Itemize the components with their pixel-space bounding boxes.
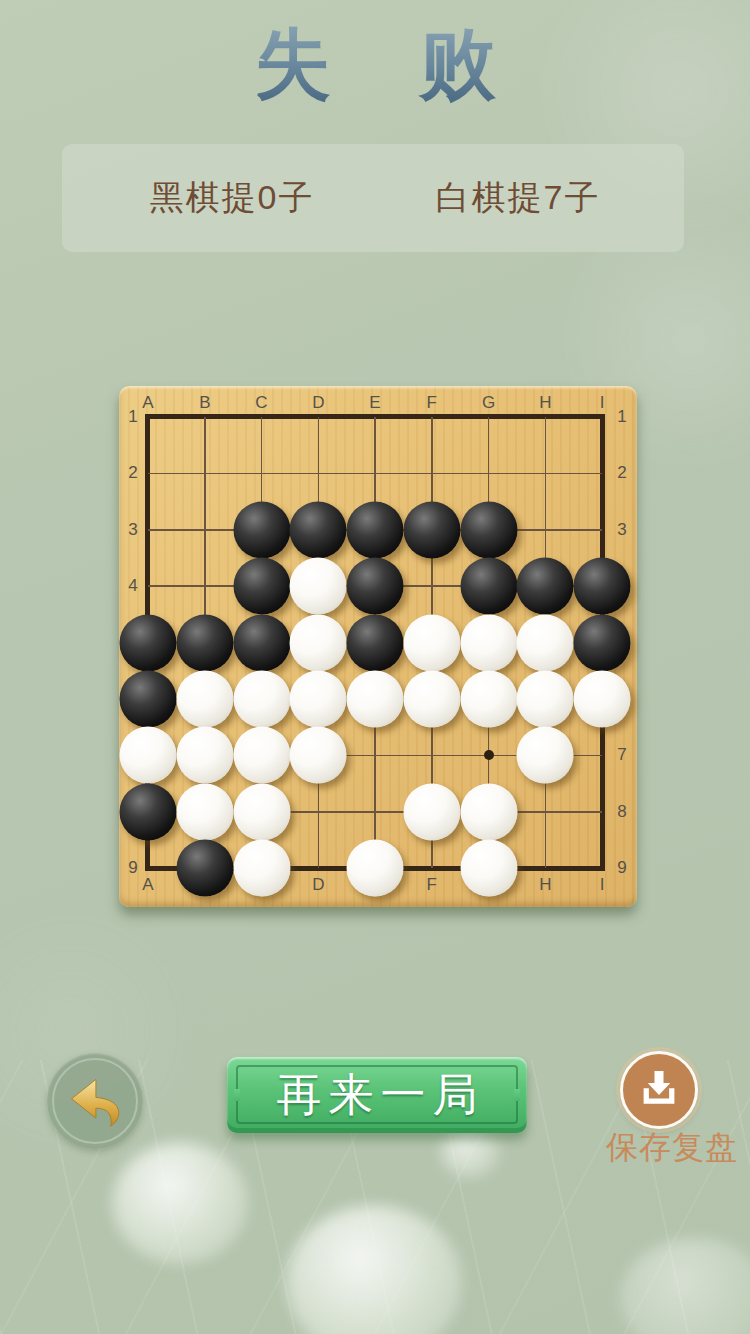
stone-white-I6 <box>574 671 631 728</box>
background-stone-blur <box>620 1238 750 1334</box>
stone-white-E6 <box>347 671 404 728</box>
board-coordinate-label: 3 <box>617 520 626 540</box>
save-replay-label: 保存复盘 <box>592 1126 750 1170</box>
board-coordinate-label: F <box>427 875 437 895</box>
back-arrow-icon <box>66 1074 124 1128</box>
board-coordinate-label: D <box>312 875 324 895</box>
stone-white-H6 <box>517 671 574 728</box>
stone-black-D3 <box>290 501 347 558</box>
stone-white-C9 <box>233 840 290 897</box>
board-coordinate-label: H <box>539 875 551 895</box>
stone-white-A7 <box>120 727 177 784</box>
stone-white-D5 <box>290 614 347 671</box>
stone-white-D4 <box>290 558 347 615</box>
stone-white-H7 <box>517 727 574 784</box>
board-coordinate-label: I <box>600 393 605 413</box>
stone-black-C3 <box>233 501 290 558</box>
stone-white-G6 <box>460 671 517 728</box>
board-coordinate-label: 2 <box>617 463 626 483</box>
board-coordinate-label: 4 <box>128 576 137 596</box>
stone-white-D7 <box>290 727 347 784</box>
board-coordinate-label: B <box>199 393 210 413</box>
board-coordinate-label: 9 <box>617 858 626 878</box>
stone-white-D6 <box>290 671 347 728</box>
board-coordinate-label: 1 <box>128 407 137 427</box>
stone-black-B5 <box>176 614 233 671</box>
board-coordinate-label: F <box>427 393 437 413</box>
stone-white-F6 <box>403 671 460 728</box>
stone-black-H4 <box>517 558 574 615</box>
stone-white-B7 <box>176 727 233 784</box>
stone-black-E4 <box>347 558 404 615</box>
result-title: 失 败 <box>0 14 750 117</box>
stone-black-G4 <box>460 558 517 615</box>
board-coordinate-label: I <box>600 875 605 895</box>
stone-black-C5 <box>233 614 290 671</box>
board-coordinate-label: H <box>539 393 551 413</box>
stone-white-B6 <box>176 671 233 728</box>
board-coordinate-label: D <box>312 393 324 413</box>
stone-black-B9 <box>176 840 233 897</box>
stone-white-C8 <box>233 783 290 840</box>
board-coordinate-label: 8 <box>617 802 626 822</box>
board-coordinate-label: 9 <box>128 858 137 878</box>
save-replay-button[interactable] <box>620 1051 698 1129</box>
stone-white-F5 <box>403 614 460 671</box>
stone-white-G9 <box>460 840 517 897</box>
board-coordinate-label: 2 <box>128 463 137 483</box>
board-coordinate-label: E <box>369 393 380 413</box>
go-board: AABBCCDDEEFFGGHHII112233445566778899 <box>119 386 637 907</box>
stone-black-A5 <box>120 614 177 671</box>
stone-black-E3 <box>347 501 404 558</box>
play-again-label: 再来一局 <box>227 1057 527 1133</box>
back-button[interactable] <box>47 1053 143 1149</box>
board-coordinate-label: G <box>482 393 495 413</box>
stone-white-B8 <box>176 783 233 840</box>
stone-black-E5 <box>347 614 404 671</box>
game-result-screen: 失 败 黑棋提0子 白棋提7子 AABBCCDDEEFFGGHHII112233… <box>0 0 750 1334</box>
download-icon <box>635 1065 683 1113</box>
stone-black-A6 <box>120 671 177 728</box>
stone-black-C4 <box>233 558 290 615</box>
stone-black-I5 <box>574 614 631 671</box>
white-captures-text: 白棋提7子 <box>436 175 601 221</box>
board-coordinate-label: A <box>142 393 153 413</box>
stone-white-H5 <box>517 614 574 671</box>
stone-black-G3 <box>460 501 517 558</box>
capture-summary-panel: 黑棋提0子 白棋提7子 <box>62 144 684 252</box>
background-stone-blur <box>112 1142 248 1264</box>
stone-black-F3 <box>403 501 460 558</box>
black-captures-text: 黑棋提0子 <box>150 175 315 221</box>
background-stone-blur <box>286 1205 462 1334</box>
board-coordinate-label: 7 <box>617 745 626 765</box>
play-again-button[interactable]: 再来一局 <box>227 1057 527 1133</box>
background-stone-blur <box>440 1128 500 1178</box>
stone-white-F8 <box>403 783 460 840</box>
stone-black-I4 <box>574 558 631 615</box>
stone-white-E9 <box>347 840 404 897</box>
board-coordinate-label: 3 <box>128 520 137 540</box>
stone-white-G8 <box>460 783 517 840</box>
stone-white-C7 <box>233 727 290 784</box>
board-coordinate-label: A <box>142 875 153 895</box>
stone-white-G5 <box>460 614 517 671</box>
star-point <box>484 750 494 760</box>
stone-white-C6 <box>233 671 290 728</box>
stone-black-A8 <box>120 783 177 840</box>
board-coordinate-label: 1 <box>617 407 626 427</box>
board-coordinate-label: C <box>255 393 267 413</box>
